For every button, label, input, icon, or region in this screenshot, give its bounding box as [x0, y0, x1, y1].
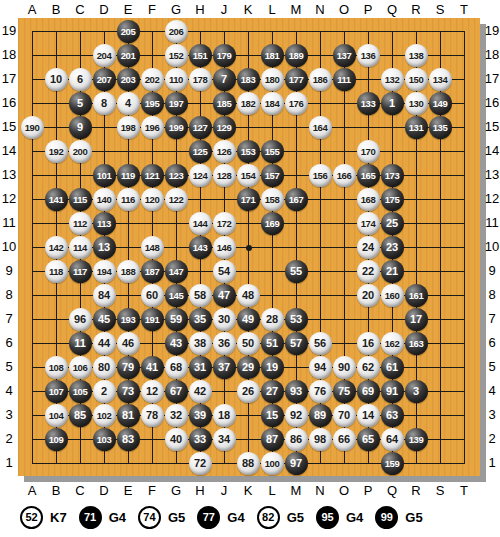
row-label-left: 8 — [0, 287, 22, 303]
stone-P11: 174 — [357, 212, 380, 235]
stone-G13: 123 — [165, 164, 188, 187]
stone-C12: 115 — [69, 188, 92, 211]
stone-H11: 144 — [189, 212, 212, 235]
stone-Q6: 162 — [381, 332, 404, 355]
col-label-top: T — [451, 2, 477, 18]
stone-number: 199 — [169, 122, 183, 133]
stone-number: 206 — [169, 26, 183, 37]
stone-number: 192 — [49, 146, 63, 157]
stone-number: 47 — [218, 289, 230, 301]
row-label-right: 6 — [479, 335, 500, 351]
stone-number: 175 — [385, 194, 399, 205]
stone-number: 141 — [49, 194, 63, 205]
stone-number: 88 — [242, 457, 254, 469]
stone-number: 158 — [265, 194, 279, 205]
col-label-top: A — [19, 2, 45, 18]
stone-number: 123 — [169, 170, 183, 181]
stone-L5: 19 — [261, 356, 284, 379]
stone-number: 58 — [194, 289, 206, 301]
col-label-bottom: J — [211, 483, 237, 499]
col-label-top: P — [355, 2, 381, 18]
row-label-right: 18 — [479, 47, 500, 63]
stone-M1: 97 — [285, 452, 308, 475]
stone-number: 30 — [218, 313, 230, 325]
stone-K13: 154 — [237, 164, 260, 187]
stone-number: 46 — [122, 337, 134, 349]
stone-number: 54 — [218, 265, 230, 277]
caption-move-coord: G4 — [109, 510, 126, 525]
stone-G9: 147 — [165, 260, 188, 283]
stone-number: 83 — [122, 433, 134, 445]
stone-number: 115 — [73, 194, 87, 205]
row-label-right: 11 — [479, 215, 500, 231]
stone-Q10: 23 — [381, 236, 404, 259]
stone-L16: 184 — [261, 92, 284, 115]
stone-number: 143 — [193, 242, 207, 253]
stone-number: 100 — [265, 458, 279, 469]
stone-number: 131 — [409, 122, 423, 133]
stone-number: 81 — [122, 409, 134, 421]
stone-number: 109 — [49, 434, 63, 445]
row-label-right: 17 — [479, 71, 500, 87]
row-label-right: 10 — [479, 239, 500, 255]
stone-number: 21 — [386, 265, 398, 277]
stone-M4: 93 — [285, 380, 308, 403]
row-label-right: 14 — [479, 143, 500, 159]
stone-number: 136 — [361, 50, 375, 61]
stone-N5: 94 — [309, 356, 332, 379]
stone-number: 67 — [170, 385, 182, 397]
stone-number: 22 — [362, 265, 374, 277]
stone-D17: 207 — [93, 68, 116, 91]
stone-R18: 138 — [405, 44, 428, 67]
stone-C9: 117 — [69, 260, 92, 283]
stone-number: 150 — [409, 74, 423, 85]
stone-number: 170 — [361, 146, 375, 157]
col-label-top: S — [427, 2, 453, 18]
stone-number: 187 — [145, 266, 159, 277]
stone-P10: 24 — [357, 236, 380, 259]
stone-number: 32 — [170, 409, 182, 421]
stone-number: 201 — [121, 50, 135, 61]
row-label-left: 5 — [0, 359, 22, 375]
stone-number: 181 — [265, 50, 279, 61]
stone-number: 34 — [218, 433, 230, 445]
stone-M7: 53 — [285, 308, 308, 331]
stone-number: 3 — [413, 385, 419, 397]
stone-number: 160 — [385, 290, 399, 301]
stone-number: 56 — [314, 337, 326, 349]
stone-number: 63 — [386, 409, 398, 421]
stone-D5: 80 — [93, 356, 116, 379]
stone-N4: 76 — [309, 380, 332, 403]
stone-number: 24 — [362, 241, 374, 253]
stone-L1: 100 — [261, 452, 284, 475]
stone-D18: 204 — [93, 44, 116, 67]
stone-number: 178 — [193, 74, 207, 85]
col-label-top: E — [115, 2, 141, 18]
stone-number: 171 — [241, 194, 255, 205]
row-label-right: 7 — [479, 311, 500, 327]
col-label-bottom: C — [67, 483, 93, 499]
stone-G7: 59 — [165, 308, 188, 331]
stone-B2: 109 — [45, 428, 68, 451]
stone-number: 113 — [97, 218, 111, 229]
stone-number: 97 — [290, 457, 302, 469]
col-label-bottom: K — [235, 483, 261, 499]
stone-K1: 88 — [237, 452, 260, 475]
stone-number: 130 — [409, 98, 423, 109]
stone-L6: 51 — [261, 332, 284, 355]
stone-F5: 41 — [141, 356, 164, 379]
stone-Q3: 63 — [381, 404, 404, 427]
col-label-bottom: B — [43, 483, 69, 499]
row-label-left: 6 — [0, 335, 22, 351]
stone-D3: 102 — [93, 404, 116, 427]
stone-number: 110 — [169, 74, 183, 85]
caption-move-coord: G4 — [346, 510, 363, 525]
col-label-bottom: Q — [379, 483, 405, 499]
stone-number: 61 — [386, 361, 398, 373]
stone-G17: 110 — [165, 68, 188, 91]
stone-Q2: 64 — [381, 428, 404, 451]
stone-number: 106 — [73, 362, 87, 373]
col-label-bottom: A — [19, 483, 45, 499]
row-label-left: 19 — [0, 23, 22, 39]
caption-move-stone: 74 — [138, 506, 161, 529]
caption-move-stone: 77 — [197, 506, 220, 529]
col-label-top: K — [235, 2, 261, 18]
stone-N2: 98 — [309, 428, 332, 451]
stone-number: 139 — [409, 434, 423, 445]
stone-number: 122 — [169, 194, 183, 205]
goban[interactable]: 2052062042011521511791811891371361381062… — [18, 18, 480, 476]
stone-Q1: 159 — [381, 452, 404, 475]
stone-J17: 7 — [213, 68, 236, 91]
col-label-top: B — [43, 2, 69, 18]
stone-number: 78 — [146, 409, 158, 421]
stone-number: 117 — [73, 266, 87, 277]
stone-E15: 198 — [117, 116, 140, 139]
stone-F7: 191 — [141, 308, 164, 331]
stone-D13: 101 — [93, 164, 116, 187]
col-label-bottom: L — [259, 483, 285, 499]
stone-C16: 5 — [69, 92, 92, 115]
stone-number: 204 — [97, 50, 111, 61]
stone-K4: 26 — [237, 380, 260, 403]
caption-move-coord: G4 — [227, 510, 244, 525]
stone-number: 161 — [409, 290, 423, 301]
stone-number: 200 — [73, 146, 87, 157]
stone-C10: 114 — [69, 236, 92, 259]
stone-Q16: 1 — [381, 92, 404, 115]
row-label-left: 10 — [0, 239, 22, 255]
stone-number: 190 — [25, 122, 39, 133]
stone-M17: 177 — [285, 68, 308, 91]
stone-F9: 187 — [141, 260, 164, 283]
row-label-right: 9 — [479, 263, 500, 279]
stone-number: 7 — [221, 73, 227, 85]
row-label-left: 3 — [0, 407, 22, 423]
stone-H7: 35 — [189, 308, 212, 331]
col-label-top: R — [403, 2, 429, 18]
stone-number: 149 — [433, 98, 447, 109]
stone-number: 184 — [265, 98, 279, 109]
stone-number: 166 — [337, 170, 351, 181]
stone-O2: 66 — [333, 428, 356, 451]
row-label-left: 4 — [0, 383, 22, 399]
stone-E6: 46 — [117, 332, 140, 355]
stone-H18: 151 — [189, 44, 212, 67]
stone-number: 45 — [98, 313, 110, 325]
stone-number: 116 — [121, 194, 135, 205]
stone-L12: 158 — [261, 188, 284, 211]
stone-F8: 60 — [141, 284, 164, 307]
stone-number: 27 — [266, 385, 278, 397]
row-label-left: 17 — [0, 71, 22, 87]
stone-E12: 116 — [117, 188, 140, 211]
stone-number: 197 — [169, 98, 183, 109]
stone-E3: 81 — [117, 404, 140, 427]
caption-move-stone: 82 — [257, 506, 280, 529]
stone-number: 31 — [194, 361, 206, 373]
stone-D9: 194 — [93, 260, 116, 283]
stone-number: 174 — [361, 218, 375, 229]
stone-number: 127 — [193, 122, 207, 133]
stone-O18: 137 — [333, 44, 356, 67]
stone-number: 138 — [409, 50, 423, 61]
stone-number: 12 — [146, 385, 158, 397]
stone-G16: 197 — [165, 92, 188, 115]
stone-number: 128 — [217, 170, 231, 181]
stone-C4: 105 — [69, 380, 92, 403]
stone-number: 9 — [77, 121, 83, 133]
hoshi-point — [246, 245, 252, 251]
stone-number: 205 — [121, 26, 135, 37]
stone-number: 168 — [361, 194, 375, 205]
stone-number: 60 — [146, 289, 158, 301]
row-label-left: 1 — [0, 455, 22, 471]
row-label-left: 2 — [0, 431, 22, 447]
row-label-left: 15 — [0, 119, 22, 135]
stone-number: 104 — [49, 410, 63, 421]
stone-R8: 161 — [405, 284, 428, 307]
stone-number: 111 — [337, 74, 350, 85]
stone-C7: 96 — [69, 308, 92, 331]
stone-number: 107 — [49, 386, 63, 397]
row-label-right: 5 — [479, 359, 500, 375]
stone-M2: 86 — [285, 428, 308, 451]
stone-G5: 68 — [165, 356, 188, 379]
row-label-right: 16 — [479, 95, 500, 111]
caption-move-stone: 99 — [375, 506, 398, 529]
stone-number: 101 — [97, 170, 111, 181]
stone-number: 90 — [338, 361, 350, 373]
stone-number: 87 — [266, 433, 278, 445]
stone-number: 38 — [194, 337, 206, 349]
stone-L11: 169 — [261, 212, 284, 235]
stone-E9: 188 — [117, 260, 140, 283]
stone-R15: 131 — [405, 116, 428, 139]
stone-number: 105 — [73, 386, 87, 397]
stone-number: 183 — [241, 74, 255, 85]
stone-P14: 170 — [357, 140, 380, 163]
stone-P5: 62 — [357, 356, 380, 379]
stone-K17: 183 — [237, 68, 260, 91]
stone-K6: 50 — [237, 332, 260, 355]
row-label-right: 12 — [479, 191, 500, 207]
stone-J13: 128 — [213, 164, 236, 187]
stone-B10: 142 — [45, 236, 68, 259]
stone-F10: 148 — [141, 236, 164, 259]
stone-number: 51 — [266, 337, 278, 349]
stone-L18: 181 — [261, 44, 284, 67]
stone-L4: 27 — [261, 380, 284, 403]
stone-E13: 119 — [117, 164, 140, 187]
stone-number: 13 — [98, 241, 110, 253]
stone-number: 172 — [217, 218, 231, 229]
stone-number: 64 — [386, 433, 398, 445]
stone-H17: 178 — [189, 68, 212, 91]
stone-number: 49 — [242, 313, 254, 325]
stone-H8: 58 — [189, 284, 212, 307]
stone-number: 92 — [290, 409, 302, 421]
col-label-bottom: O — [331, 483, 357, 499]
stone-number: 134 — [433, 74, 447, 85]
col-label-top: L — [259, 2, 285, 18]
stone-number: 14 — [362, 409, 374, 421]
stone-number: 202 — [145, 74, 159, 85]
stone-J16: 185 — [213, 92, 236, 115]
stone-G19: 206 — [165, 20, 188, 43]
stone-number: 18 — [218, 409, 230, 421]
stone-number: 203 — [121, 74, 135, 85]
stone-number: 177 — [289, 74, 303, 85]
stone-L14: 155 — [261, 140, 284, 163]
stone-number: 129 — [217, 122, 231, 133]
stone-E17: 203 — [117, 68, 140, 91]
stone-H4: 42 — [189, 380, 212, 403]
stone-N17: 186 — [309, 68, 332, 91]
stone-J14: 126 — [213, 140, 236, 163]
stone-number: 173 — [385, 170, 399, 181]
stone-number: 15 — [266, 409, 278, 421]
stone-D2: 103 — [93, 428, 116, 451]
stone-P3: 14 — [357, 404, 380, 427]
stone-O5: 90 — [333, 356, 356, 379]
stone-number: 126 — [217, 146, 231, 157]
stone-N13: 156 — [309, 164, 332, 187]
stone-P9: 22 — [357, 260, 380, 283]
stone-C5: 106 — [69, 356, 92, 379]
stone-number: 186 — [313, 74, 327, 85]
caption-move-coord: G5 — [168, 510, 185, 525]
row-label-right: 1 — [479, 455, 500, 471]
stone-Q13: 173 — [381, 164, 404, 187]
stone-number: 119 — [121, 170, 135, 181]
stone-D11: 113 — [93, 212, 116, 235]
col-label-top: N — [307, 2, 333, 18]
stone-H5: 31 — [189, 356, 212, 379]
stone-number: 29 — [242, 361, 254, 373]
row-label-left: 16 — [0, 95, 22, 111]
col-label-top: H — [187, 2, 213, 18]
stone-D8: 84 — [93, 284, 116, 307]
row-label-left: 12 — [0, 191, 22, 207]
stone-P13: 165 — [357, 164, 380, 187]
stone-G15: 199 — [165, 116, 188, 139]
stone-number: 188 — [121, 266, 135, 277]
stone-O13: 166 — [333, 164, 356, 187]
stone-D4: 2 — [93, 380, 116, 403]
stone-number: 185 — [217, 98, 231, 109]
stone-number: 142 — [49, 242, 63, 253]
stone-B5: 108 — [45, 356, 68, 379]
stone-M12: 167 — [285, 188, 308, 211]
stone-number: 193 — [121, 314, 135, 325]
stone-number: 73 — [122, 385, 134, 397]
stone-number: 20 — [362, 289, 374, 301]
stone-H3: 39 — [189, 404, 212, 427]
caption-move-stone: 52 — [20, 506, 43, 529]
stone-A15: 190 — [21, 116, 44, 139]
stone-number: 98 — [314, 433, 326, 445]
stone-number: 152 — [169, 50, 183, 61]
stone-number: 125 — [193, 146, 207, 157]
stone-F13: 121 — [141, 164, 164, 187]
stone-N3: 89 — [309, 404, 332, 427]
stone-number: 84 — [98, 289, 110, 301]
stone-number: 6 — [77, 73, 83, 85]
stone-R16: 130 — [405, 92, 428, 115]
stone-number: 108 — [49, 362, 63, 373]
stone-number: 48 — [242, 289, 254, 301]
stone-J10: 146 — [213, 236, 236, 259]
col-label-top: F — [139, 2, 165, 18]
stone-number: 194 — [97, 266, 111, 277]
stone-number: 162 — [385, 338, 399, 349]
stone-P18: 136 — [357, 44, 380, 67]
col-label-bottom: R — [403, 483, 429, 499]
stone-number: 180 — [265, 74, 279, 85]
stone-C11: 112 — [69, 212, 92, 235]
stone-G8: 145 — [165, 284, 188, 307]
stone-P16: 133 — [357, 92, 380, 115]
stone-number: 91 — [386, 385, 398, 397]
go-kifu-diagram: 2052062042011521511791811891371361381062… — [0, 0, 500, 537]
stone-K8: 48 — [237, 284, 260, 307]
stone-M16: 176 — [285, 92, 308, 115]
stone-L13: 157 — [261, 164, 284, 187]
stone-number: 189 — [289, 50, 303, 61]
stone-number: 114 — [73, 242, 87, 253]
stone-B3: 104 — [45, 404, 68, 427]
caption-move-coord: K7 — [50, 510, 67, 525]
stone-J7: 30 — [213, 308, 236, 331]
stone-J2: 34 — [213, 428, 236, 451]
stone-number: 62 — [362, 361, 374, 373]
stone-N15: 164 — [309, 116, 332, 139]
stone-G2: 40 — [165, 428, 188, 451]
stone-number: 79 — [122, 361, 134, 373]
stone-O4: 75 — [333, 380, 356, 403]
col-label-top: M — [283, 2, 309, 18]
stone-G12: 122 — [165, 188, 188, 211]
caption-move-coord: G5 — [405, 510, 422, 525]
stone-number: 133 — [361, 98, 375, 109]
stone-number: 102 — [97, 410, 111, 421]
stone-number: 179 — [217, 50, 231, 61]
